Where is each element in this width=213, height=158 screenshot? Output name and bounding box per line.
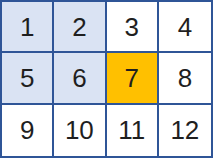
grid-cell-7[interactable]: 7	[107, 53, 159, 104]
grid-cell-3[interactable]: 3	[107, 2, 159, 53]
grid-cell-5[interactable]: 5	[2, 53, 54, 104]
grid-cell-10[interactable]: 10	[54, 105, 106, 156]
grid-cell-4[interactable]: 4	[159, 2, 211, 53]
grid-cell-2[interactable]: 2	[54, 2, 106, 53]
grid-cell-12[interactable]: 12	[159, 105, 211, 156]
grid-cell-8[interactable]: 8	[159, 53, 211, 104]
number-grid-board: 1 2 3 4 5 6 7 8 9 10 11 12	[0, 0, 213, 158]
grid-cell-11[interactable]: 11	[107, 105, 159, 156]
grid-cell-9[interactable]: 9	[2, 105, 54, 156]
grid-cell-6[interactable]: 6	[54, 53, 106, 104]
grid-cell-1[interactable]: 1	[2, 2, 54, 53]
